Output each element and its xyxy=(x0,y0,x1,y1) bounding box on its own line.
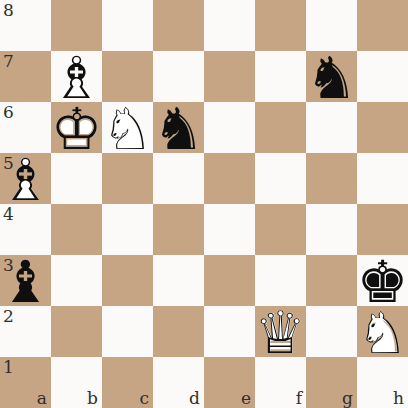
square-e4[interactable] xyxy=(204,204,255,255)
square-c4[interactable] xyxy=(102,204,153,255)
black-bishop-icon: ♝ xyxy=(0,257,51,308)
square-f2[interactable]: ♛♕ xyxy=(255,306,306,357)
square-d1[interactable]: d xyxy=(153,357,204,408)
chess-board-container: 87♝♗♞6♚♔♞♘♞5♝♗43♝♚2♛♕♞♘1abcdefgh xyxy=(0,0,408,408)
square-e1[interactable]: e xyxy=(204,357,255,408)
square-h1[interactable]: h xyxy=(357,357,408,408)
square-c1[interactable]: c xyxy=(102,357,153,408)
square-a8[interactable]: 8 xyxy=(0,0,51,51)
square-h8[interactable] xyxy=(357,0,408,51)
file-label-d: d xyxy=(189,390,200,407)
rank-label-2: 2 xyxy=(3,308,14,325)
square-e5[interactable] xyxy=(204,153,255,204)
square-f5[interactable] xyxy=(255,153,306,204)
white-bishop[interactable]: ♝♗ xyxy=(0,153,51,204)
white-king[interactable]: ♚♔ xyxy=(51,102,102,153)
square-c6[interactable]: ♞♘ xyxy=(102,102,153,153)
square-b2[interactable] xyxy=(51,306,102,357)
square-f7[interactable] xyxy=(255,51,306,102)
square-b5[interactable] xyxy=(51,153,102,204)
file-label-h: h xyxy=(393,390,404,407)
square-e8[interactable] xyxy=(204,0,255,51)
white-bishop-icon: ♗ xyxy=(0,155,51,206)
white-knight-icon: ♘ xyxy=(102,104,153,155)
square-d5[interactable] xyxy=(153,153,204,204)
square-g4[interactable] xyxy=(306,204,357,255)
square-c3[interactable] xyxy=(102,255,153,306)
file-label-c: c xyxy=(139,390,149,407)
square-h7[interactable] xyxy=(357,51,408,102)
square-h5[interactable] xyxy=(357,153,408,204)
white-queen-icon: ♕ xyxy=(255,308,306,359)
file-label-e: e xyxy=(241,390,251,407)
square-f4[interactable] xyxy=(255,204,306,255)
square-c2[interactable] xyxy=(102,306,153,357)
file-label-g: g xyxy=(342,390,353,407)
square-e3[interactable] xyxy=(204,255,255,306)
rank-label-7: 7 xyxy=(3,53,14,70)
square-a1[interactable]: 1a xyxy=(0,357,51,408)
square-b3[interactable] xyxy=(51,255,102,306)
square-b6[interactable]: ♚♔ xyxy=(51,102,102,153)
square-d2[interactable] xyxy=(153,306,204,357)
square-e2[interactable] xyxy=(204,306,255,357)
black-bishop[interactable]: ♝ xyxy=(0,255,51,306)
square-h2[interactable]: ♞♘ xyxy=(357,306,408,357)
square-d8[interactable] xyxy=(153,0,204,51)
file-label-a: a xyxy=(37,390,47,407)
square-a7[interactable]: 7 xyxy=(0,51,51,102)
black-knight-icon: ♞ xyxy=(153,104,204,155)
square-d4[interactable] xyxy=(153,204,204,255)
white-knight-icon: ♘ xyxy=(357,308,408,359)
rank-label-8: 8 xyxy=(3,2,14,19)
square-g1[interactable]: g xyxy=(306,357,357,408)
chess-board: 87♝♗♞6♚♔♞♘♞5♝♗43♝♚2♛♕♞♘1abcdefgh xyxy=(0,0,408,408)
square-g6[interactable] xyxy=(306,102,357,153)
square-b1[interactable]: b xyxy=(51,357,102,408)
square-a3[interactable]: 3♝ xyxy=(0,255,51,306)
square-f1[interactable]: f xyxy=(255,357,306,408)
white-queen[interactable]: ♛♕ xyxy=(255,306,306,357)
square-d6[interactable]: ♞ xyxy=(153,102,204,153)
black-knight[interactable]: ♞ xyxy=(153,102,204,153)
white-knight[interactable]: ♞♘ xyxy=(357,306,408,357)
rank-label-6: 6 xyxy=(3,104,14,121)
square-f6[interactable] xyxy=(255,102,306,153)
square-c8[interactable] xyxy=(102,0,153,51)
square-d3[interactable] xyxy=(153,255,204,306)
square-a5[interactable]: 5♝♗ xyxy=(0,153,51,204)
square-g3[interactable] xyxy=(306,255,357,306)
square-c5[interactable] xyxy=(102,153,153,204)
square-b4[interactable] xyxy=(51,204,102,255)
white-king-icon: ♔ xyxy=(51,104,102,155)
square-g5[interactable] xyxy=(306,153,357,204)
rank-label-4: 4 xyxy=(3,206,14,223)
square-e7[interactable] xyxy=(204,51,255,102)
square-a2[interactable]: 2 xyxy=(0,306,51,357)
square-e6[interactable] xyxy=(204,102,255,153)
file-label-b: b xyxy=(87,390,98,407)
rank-label-1: 1 xyxy=(3,359,14,376)
black-knight-icon: ♞ xyxy=(306,53,357,104)
square-f8[interactable] xyxy=(255,0,306,51)
square-g7[interactable]: ♞ xyxy=(306,51,357,102)
file-label-f: f xyxy=(296,390,302,407)
white-knight[interactable]: ♞♘ xyxy=(102,102,153,153)
square-g2[interactable] xyxy=(306,306,357,357)
square-h6[interactable] xyxy=(357,102,408,153)
black-knight[interactable]: ♞ xyxy=(306,51,357,102)
